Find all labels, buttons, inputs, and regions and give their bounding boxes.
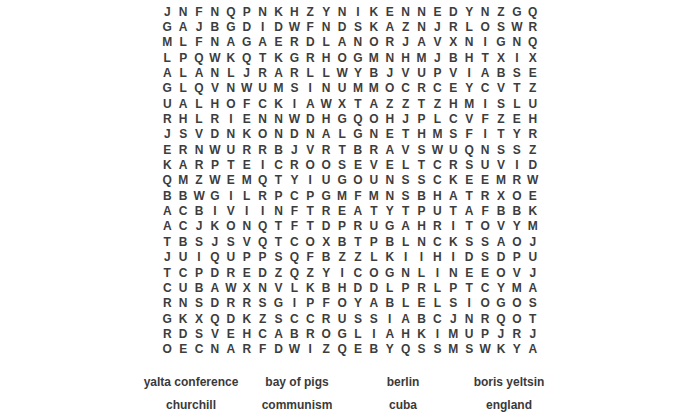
grid-cell[interactable]: V [493,81,509,96]
grid-cell[interactable]: E [239,265,255,280]
grid-cell[interactable]: C [429,81,445,96]
grid-cell[interactable]: P [302,296,318,311]
grid-cell[interactable]: R [207,111,223,126]
grid-cell[interactable]: N [223,127,239,142]
grid-cell[interactable]: L [318,65,334,80]
grid-cell[interactable]: O [509,296,525,311]
grid-cell[interactable]: R [509,173,525,188]
grid-cell[interactable]: I [414,250,430,265]
grid-cell[interactable]: Y [509,342,525,357]
grid-cell[interactable]: N [223,81,239,96]
grid-cell[interactable]: N [175,296,191,311]
grid-cell[interactable]: L [429,280,445,295]
grid-cell[interactable]: R [429,219,445,234]
grid-cell[interactable]: Y [350,296,366,311]
grid-cell[interactable]: T [414,157,430,172]
grid-cell[interactable]: W [477,342,493,357]
grid-cell[interactable]: Z [398,19,414,34]
grid-cell[interactable]: O [223,219,239,234]
grid-cell[interactable]: T [461,280,477,295]
grid-cell[interactable]: O [318,326,334,341]
grid-cell[interactable]: Q [525,4,541,19]
grid-cell[interactable]: M [334,188,350,203]
grid-cell[interactable]: V [445,65,461,80]
grid-cell[interactable]: Q [159,173,175,188]
grid-cell[interactable]: W [191,188,207,203]
grid-cell[interactable]: F [302,250,318,265]
grid-cell[interactable]: K [366,4,382,19]
grid-cell[interactable]: T [271,173,287,188]
grid-cell[interactable]: X [334,96,350,111]
grid-cell[interactable]: O [509,188,525,203]
grid-cell[interactable]: E [382,4,398,19]
grid-cell[interactable]: G [350,50,366,65]
grid-cell[interactable]: F [477,203,493,218]
grid-cell[interactable]: S [493,96,509,111]
grid-cell[interactable]: D [207,296,223,311]
grid-cell[interactable]: K [525,203,541,218]
grid-cell[interactable]: P [445,280,461,295]
grid-cell[interactable]: S [350,19,366,34]
grid-cell[interactable]: S [461,234,477,249]
grid-cell[interactable]: I [334,265,350,280]
grid-cell[interactable]: S [429,342,445,357]
grid-cell[interactable]: Q [493,311,509,326]
grid-cell[interactable]: A [461,203,477,218]
grid-cell[interactable]: K [271,50,287,65]
grid-cell[interactable]: Q [525,35,541,50]
grid-cell[interactable]: O [255,127,271,142]
grid-cell[interactable]: E [525,65,541,80]
grid-cell[interactable]: B [414,311,430,326]
grid-cell[interactable]: N [271,127,287,142]
grid-cell[interactable]: R [223,265,239,280]
grid-cell[interactable]: T [366,203,382,218]
grid-cell[interactable]: O [159,342,175,357]
grid-cell[interactable]: T [477,50,493,65]
grid-cell[interactable]: A [366,296,382,311]
grid-cell[interactable]: I [445,219,461,234]
grid-cell[interactable]: J [493,326,509,341]
grid-cell[interactable]: Z [382,96,398,111]
grid-cell[interactable]: K [239,127,255,142]
grid-cell[interactable]: D [223,311,239,326]
grid-cell[interactable]: N [271,203,287,218]
grid-cell[interactable]: A [207,280,223,295]
grid-cell[interactable]: G [350,127,366,142]
grid-cell[interactable]: K [382,250,398,265]
grid-cell[interactable]: H [334,280,350,295]
grid-cell[interactable]: Z [271,265,287,280]
grid-cell[interactable]: N [318,81,334,96]
grid-cell[interactable]: T [271,234,287,249]
grid-cell[interactable]: H [398,326,414,341]
grid-cell[interactable]: N [255,4,271,19]
grid-cell[interactable]: S [477,234,493,249]
grid-cell[interactable]: X [239,280,255,295]
grid-cell[interactable]: Y [318,4,334,19]
grid-cell[interactable]: N [477,4,493,19]
grid-cell[interactable]: G [334,111,350,126]
grid-cell[interactable]: R [223,296,239,311]
grid-cell[interactable]: T [350,96,366,111]
grid-cell[interactable]: Z [191,173,207,188]
grid-cell[interactable]: T [509,81,525,96]
grid-cell[interactable]: J [191,19,207,34]
grid-cell[interactable]: P [207,157,223,172]
grid-cell[interactable]: A [398,219,414,234]
grid-cell[interactable]: P [414,111,430,126]
grid-cell[interactable]: Y [461,81,477,96]
grid-cell[interactable]: I [255,157,271,172]
grid-cell[interactable]: A [175,96,191,111]
grid-cell[interactable]: V [429,35,445,50]
grid-cell[interactable]: V [366,157,382,172]
grid-cell[interactable]: E [477,173,493,188]
grid-cell[interactable]: D [445,4,461,19]
grid-cell[interactable]: O [477,296,493,311]
grid-cell[interactable]: F [318,296,334,311]
grid-cell[interactable]: M [509,280,525,295]
grid-cell[interactable]: O [509,234,525,249]
grid-cell[interactable]: S [445,127,461,142]
grid-cell[interactable]: C [429,157,445,172]
grid-cell[interactable]: K [414,326,430,341]
grid-cell[interactable]: C [445,111,461,126]
grid-cell[interactable]: D [239,19,255,34]
grid-cell[interactable]: M [525,219,541,234]
grid-cell[interactable]: S [366,311,382,326]
grid-cell[interactable]: H [239,326,255,341]
grid-cell[interactable]: M [445,326,461,341]
grid-cell[interactable]: S [414,342,430,357]
grid-cell[interactable]: I [461,65,477,80]
grid-cell[interactable]: N [509,35,525,50]
grid-cell[interactable]: R [318,203,334,218]
grid-cell[interactable]: E [350,157,366,172]
grid-cell[interactable]: R [445,19,461,34]
grid-cell[interactable]: A [350,203,366,218]
grid-cell[interactable]: B [191,203,207,218]
grid-cell[interactable]: C [271,157,287,172]
grid-cell[interactable]: O [302,234,318,249]
grid-cell[interactable]: G [493,296,509,311]
grid-cell[interactable]: U [525,96,541,111]
grid-cell[interactable]: S [191,234,207,249]
grid-cell[interactable]: A [382,142,398,157]
grid-cell[interactable]: W [223,280,239,295]
grid-cell[interactable]: A [382,19,398,34]
grid-cell[interactable]: N [271,111,287,126]
grid-cell[interactable]: R [477,311,493,326]
grid-cell[interactable]: R [255,65,271,80]
grid-cell[interactable]: J [159,250,175,265]
grid-cell[interactable]: G [286,50,302,65]
grid-cell[interactable]: R [445,157,461,172]
grid-cell[interactable]: M [350,81,366,96]
grid-cell[interactable]: H [445,96,461,111]
grid-cell[interactable]: G [509,4,525,19]
grid-cell[interactable]: B [207,19,223,34]
grid-cell[interactable]: D [318,219,334,234]
grid-cell[interactable]: S [271,250,287,265]
grid-cell[interactable]: O [366,111,382,126]
grid-cell[interactable]: A [223,35,239,50]
grid-cell[interactable]: E [461,265,477,280]
grid-cell[interactable]: O [366,265,382,280]
grid-cell[interactable]: N [414,4,430,19]
grid-cell[interactable]: Q [461,142,477,157]
grid-cell[interactable]: E [525,188,541,203]
grid-cell[interactable]: G [239,35,255,50]
grid-cell[interactable]: D [493,250,509,265]
grid-cell[interactable]: P [398,280,414,295]
grid-cell[interactable]: N [207,65,223,80]
grid-cell[interactable]: V [398,65,414,80]
grid-cell[interactable]: Q [255,219,271,234]
grid-cell[interactable]: D [366,280,382,295]
grid-cell[interactable]: J [207,234,223,249]
grid-cell[interactable]: S [461,342,477,357]
grid-cell[interactable]: N [239,219,255,234]
grid-cell[interactable]: L [191,111,207,126]
grid-cell[interactable]: I [509,50,525,65]
grid-cell[interactable]: L [429,111,445,126]
grid-cell[interactable]: Y [493,280,509,295]
grid-cell[interactable]: R [414,280,430,295]
grid-cell[interactable]: A [223,342,239,357]
grid-cell[interactable]: J [239,65,255,80]
grid-cell[interactable]: F [286,219,302,234]
grid-cell[interactable]: E [477,265,493,280]
grid-cell[interactable]: N [191,142,207,157]
grid-cell[interactable]: R [302,50,318,65]
grid-cell[interactable]: Q [286,250,302,265]
grid-cell[interactable]: H [207,96,223,111]
grid-cell[interactable]: C [191,342,207,357]
grid-cell[interactable]: L [223,65,239,80]
grid-cell[interactable]: I [207,203,223,218]
grid-cell[interactable]: C [429,311,445,326]
grid-cell[interactable]: J [159,4,175,19]
grid-cell[interactable]: C [175,203,191,218]
grid-cell[interactable]: U [366,173,382,188]
grid-cell[interactable]: D [286,127,302,142]
grid-cell[interactable]: W [286,111,302,126]
grid-cell[interactable]: A [255,35,271,50]
grid-cell[interactable]: D [525,157,541,172]
grid-cell[interactable]: V [207,81,223,96]
grid-cell[interactable]: C [286,188,302,203]
grid-cell[interactable]: E [334,203,350,218]
grid-cell[interactable]: N [461,311,477,326]
grid-cell[interactable]: T [159,234,175,249]
grid-cell[interactable]: R [414,81,430,96]
grid-cell[interactable]: L [398,157,414,172]
grid-cell[interactable]: P [509,250,525,265]
grid-cell[interactable]: C [477,280,493,295]
grid-cell[interactable]: H [429,188,445,203]
grid-cell[interactable]: T [350,234,366,249]
grid-cell[interactable]: Y [318,265,334,280]
grid-cell[interactable]: I [223,111,239,126]
grid-cell[interactable]: M [366,50,382,65]
grid-cell[interactable]: I [302,173,318,188]
grid-cell[interactable]: G [159,81,175,96]
grid-cell[interactable]: G [493,35,509,50]
grid-cell[interactable]: C [286,234,302,249]
grid-cell[interactable]: Y [382,203,398,218]
grid-cell[interactable]: M [445,342,461,357]
grid-cell[interactable]: Q [398,342,414,357]
grid-cell[interactable]: B [509,203,525,218]
grid-cell[interactable]: M [493,173,509,188]
grid-cell[interactable]: A [159,65,175,80]
grid-cell[interactable]: M [271,81,287,96]
grid-cell[interactable]: F [191,35,207,50]
grid-cell[interactable]: D [334,19,350,34]
grid-cell[interactable]: H [318,50,334,65]
grid-cell[interactable]: N [382,173,398,188]
grid-cell[interactable]: S [414,173,430,188]
grid-cell[interactable]: C [477,81,493,96]
grid-cell[interactable]: J [429,50,445,65]
grid-cell[interactable]: V [461,111,477,126]
grid-cell[interactable]: U [477,157,493,172]
grid-cell[interactable]: P [271,188,287,203]
grid-cell[interactable]: U [223,250,239,265]
grid-cell[interactable]: J [398,35,414,50]
grid-cell[interactable]: U [366,219,382,234]
grid-cell[interactable]: O [366,35,382,50]
grid-cell[interactable]: B [493,65,509,80]
grid-cell[interactable]: I [429,265,445,280]
grid-cell[interactable]: Q [350,111,366,126]
grid-cell[interactable]: R [525,19,541,34]
grid-cell[interactable]: O [223,96,239,111]
grid-cell[interactable]: P [366,234,382,249]
grid-cell[interactable]: R [239,342,255,357]
grid-cell[interactable]: I [302,81,318,96]
grid-cell[interactable]: Q [191,81,207,96]
grid-cell[interactable]: L [302,65,318,80]
grid-cell[interactable]: R [286,35,302,50]
grid-cell[interactable]: N [302,127,318,142]
grid-cell[interactable]: W [207,142,223,157]
grid-cell[interactable]: W [334,65,350,80]
grid-cell[interactable]: N [318,19,334,34]
grid-cell[interactable]: E [429,4,445,19]
grid-cell[interactable]: H [461,50,477,65]
grid-cell[interactable]: B [318,250,334,265]
grid-cell[interactable]: U [414,65,430,80]
grid-cell[interactable]: I [255,19,271,34]
grid-cell[interactable]: A [493,234,509,249]
grid-cell[interactable]: L [159,50,175,65]
grid-cell[interactable]: G [382,219,398,234]
grid-cell[interactable]: C [175,219,191,234]
grid-cell[interactable]: U [175,250,191,265]
grid-cell[interactable]: B [493,203,509,218]
grid-cell[interactable]: G [159,311,175,326]
grid-cell[interactable]: I [255,203,271,218]
grid-cell[interactable]: M [239,173,255,188]
grid-cell[interactable]: A [175,157,191,172]
grid-cell[interactable]: S [509,142,525,157]
grid-cell[interactable]: P [239,4,255,19]
grid-cell[interactable]: R [525,127,541,142]
grid-cell[interactable]: F [191,4,207,19]
grid-cell[interactable]: E [159,142,175,157]
grid-cell[interactable]: R [366,142,382,157]
grid-cell[interactable]: I [477,127,493,142]
grid-cell[interactable]: I [477,35,493,50]
grid-cell[interactable]: N [477,142,493,157]
grid-cell[interactable]: U [461,326,477,341]
grid-cell[interactable]: I [223,188,239,203]
grid-cell[interactable]: I [350,4,366,19]
grid-cell[interactable]: R [477,188,493,203]
grid-cell[interactable]: S [191,326,207,341]
grid-cell[interactable]: D [271,19,287,34]
grid-cell[interactable]: O [334,296,350,311]
grid-cell[interactable]: T [398,203,414,218]
grid-cell[interactable]: W [318,96,334,111]
grid-cell[interactable]: U [525,250,541,265]
grid-cell[interactable]: D [302,35,318,50]
grid-cell[interactable]: L [318,35,334,50]
grid-cell[interactable]: D [461,250,477,265]
grid-cell[interactable]: T [223,157,239,172]
grid-cell[interactable]: O [318,157,334,172]
grid-cell[interactable]: T [302,203,318,218]
grid-cell[interactable]: M [175,173,191,188]
grid-cell[interactable]: F [461,127,477,142]
grid-cell[interactable]: N [461,35,477,50]
grid-cell[interactable]: J [382,65,398,80]
grid-cell[interactable]: S [493,19,509,34]
grid-cell[interactable]: A [366,96,382,111]
grid-cell[interactable]: Y [509,127,525,142]
grid-cell[interactable]: L [350,326,366,341]
grid-cell[interactable]: L [398,234,414,249]
grid-cell[interactable]: Z [350,250,366,265]
grid-cell[interactable]: D [207,265,223,280]
grid-cell[interactable]: U [445,142,461,157]
grid-cell[interactable]: U [429,203,445,218]
grid-cell[interactable]: N [382,188,398,203]
grid-cell[interactable]: T [302,219,318,234]
grid-cell[interactable]: I [286,96,302,111]
grid-cell[interactable]: R [159,326,175,341]
grid-cell[interactable]: I [286,296,302,311]
grid-cell[interactable]: S [445,296,461,311]
grid-cell[interactable]: R [239,142,255,157]
grid-cell[interactable]: W [429,142,445,157]
grid-cell[interactable]: U [159,96,175,111]
grid-cell[interactable]: B [271,142,287,157]
grid-cell[interactable]: Y [382,342,398,357]
grid-cell[interactable]: A [414,35,430,50]
grid-cell[interactable]: Y [286,173,302,188]
grid-cell[interactable]: S [334,157,350,172]
grid-cell[interactable]: E [223,173,239,188]
grid-cell[interactable]: P [191,265,207,280]
grid-cell[interactable]: P [334,219,350,234]
grid-cell[interactable]: L [239,188,255,203]
grid-cell[interactable]: V [191,127,207,142]
grid-cell[interactable]: E [223,326,239,341]
